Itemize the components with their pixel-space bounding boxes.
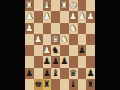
square-f6[interactable] [69, 56, 78, 67]
letterbox-left [0, 0, 25, 90]
square-g5[interactable]: ♟ [78, 45, 87, 56]
square-c3[interactable] [43, 23, 52, 34]
square-h7[interactable]: ♟ [86, 68, 95, 79]
square-g4[interactable] [78, 34, 87, 45]
white-pawn-c2: ♟ [43, 12, 51, 21]
square-h3[interactable] [86, 23, 95, 34]
square-d2[interactable] [51, 11, 60, 22]
square-f4[interactable] [69, 34, 78, 45]
square-g6[interactable] [78, 56, 87, 67]
black-rook-h8: ♜ [87, 79, 95, 88]
square-g3[interactable] [78, 23, 87, 34]
white-queen-d4: ♛ [52, 34, 60, 43]
square-e4[interactable]: ♞ [60, 34, 69, 45]
square-g8[interactable] [78, 79, 87, 90]
square-c4[interactable] [43, 34, 52, 45]
black-pawn-h7: ♟ [87, 68, 95, 77]
square-c8[interactable]: ♜ [43, 79, 52, 90]
square-b2[interactable] [34, 11, 43, 22]
black-pawn-c6: ♟ [43, 57, 51, 66]
square-e5[interactable] [60, 45, 69, 56]
white-rook-e1: ♜ [60, 1, 68, 10]
black-pawn-a7: ♟ [25, 68, 33, 77]
square-f5[interactable] [69, 45, 78, 56]
square-d4[interactable]: ♛ [51, 34, 60, 45]
white-pawn-f2: ♟ [69, 12, 77, 21]
square-h1[interactable] [86, 0, 95, 11]
black-pawn-e6: ♟ [60, 57, 68, 66]
square-c5[interactable]: ♟ [43, 45, 52, 56]
white-rook-a1: ♜ [25, 1, 33, 10]
square-f8[interactable]: ♝ [69, 79, 78, 90]
square-b7[interactable] [34, 68, 43, 79]
white-pawn-b4: ♟ [34, 34, 42, 43]
square-f1[interactable]: ♚ [69, 0, 78, 11]
square-a3[interactable]: ♟ [25, 23, 34, 34]
square-c2[interactable]: ♟ [43, 11, 52, 22]
black-pawn-c7: ♟ [43, 68, 51, 77]
white-bishop-c1: ♝ [43, 1, 51, 10]
square-h8[interactable]: ♜ [86, 79, 95, 90]
square-a5[interactable] [25, 45, 34, 56]
square-e6[interactable]: ♟ [60, 56, 69, 67]
white-pawn-a2: ♟ [25, 12, 33, 21]
square-a7[interactable]: ♟ [25, 68, 34, 79]
square-c6[interactable]: ♟ [43, 56, 52, 67]
square-d6[interactable]: ♟ [51, 56, 60, 67]
square-a6[interactable] [25, 56, 34, 67]
square-e7[interactable] [60, 68, 69, 79]
square-a2[interactable]: ♟ [25, 11, 34, 22]
white-pawn-g2: ♟ [78, 12, 86, 21]
white-king-f1: ♚ [69, 1, 77, 10]
square-d1[interactable] [51, 0, 60, 11]
black-knight-d5: ♞ [52, 46, 60, 55]
black-rook-c8: ♜ [43, 79, 51, 88]
square-a4[interactable] [25, 34, 34, 45]
square-h5[interactable] [86, 45, 95, 56]
square-f7[interactable]: ♛ [69, 68, 78, 79]
black-bishop-d7: ♝ [52, 68, 60, 77]
black-king-b8: ♚ [34, 79, 42, 88]
square-f2[interactable]: ♟ [69, 11, 78, 22]
square-d7[interactable]: ♝ [51, 68, 60, 79]
square-g1[interactable] [78, 0, 87, 11]
square-g2[interactable]: ♟ [78, 11, 87, 22]
square-g7[interactable] [78, 68, 87, 79]
white-pawn-a3: ♟ [25, 23, 33, 32]
white-knight-e4: ♞ [60, 34, 68, 43]
square-h4[interactable] [86, 34, 95, 45]
square-h2[interactable]: ♟ [86, 11, 95, 22]
square-b5[interactable] [34, 45, 43, 56]
square-a8[interactable] [25, 79, 34, 90]
black-queen-f7: ♛ [69, 68, 77, 77]
square-c7[interactable]: ♟ [43, 68, 52, 79]
letterboxed-stage: ♜♝♜♚♟♟♟♟♟♟♞♟♛♞♟♞♟♟♟♟♟♟♝♛♟♚♜♝♜ [0, 0, 120, 90]
square-f3[interactable]: ♞ [69, 23, 78, 34]
square-d8[interactable] [51, 79, 60, 90]
black-bishop-f8: ♝ [69, 79, 77, 88]
square-c1[interactable]: ♝ [43, 0, 52, 11]
chess-board[interactable]: ♜♝♜♚♟♟♟♟♟♟♞♟♛♞♟♞♟♟♟♟♟♟♝♛♟♚♜♝♜ [25, 0, 95, 90]
square-b4[interactable]: ♟ [34, 34, 43, 45]
square-b8[interactable]: ♚ [34, 79, 43, 90]
white-pawn-c5: ♟ [43, 46, 51, 55]
square-b6[interactable] [34, 56, 43, 67]
square-e2[interactable] [60, 11, 69, 22]
square-e1[interactable]: ♜ [60, 0, 69, 11]
square-e3[interactable] [60, 23, 69, 34]
square-d3[interactable] [51, 23, 60, 34]
square-h6[interactable] [86, 56, 95, 67]
square-e8[interactable] [60, 79, 69, 90]
square-b1[interactable] [34, 0, 43, 11]
square-a1[interactable]: ♜ [25, 0, 34, 11]
square-b3[interactable] [34, 23, 43, 34]
letterbox-right [95, 0, 120, 90]
square-d5[interactable]: ♞ [51, 45, 60, 56]
white-pawn-h2: ♟ [87, 12, 95, 21]
black-pawn-d6: ♟ [52, 57, 60, 66]
black-pawn-g5: ♟ [78, 46, 86, 55]
white-knight-f3: ♞ [69, 23, 77, 32]
